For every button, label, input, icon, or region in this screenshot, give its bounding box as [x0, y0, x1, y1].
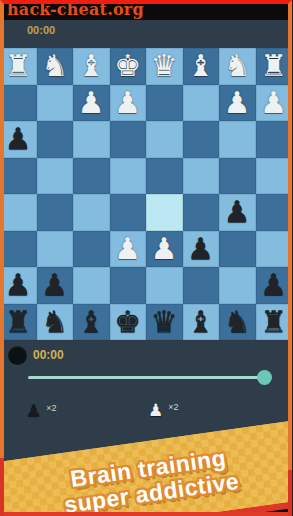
square-a3[interactable] [256, 121, 293, 158]
square-b4[interactable] [219, 158, 256, 195]
square-f8[interactable]: ♝ [73, 304, 110, 341]
chess-app-screen: hack-cheat.org 00:00 ♜♞♝♚♛♝♞♜♟♟♟♟♟♟♟♟♟♟♟… [0, 0, 292, 516]
square-h3[interactable]: ♟ [0, 121, 37, 158]
black-pawn-h3: ♟ [5, 121, 32, 158]
square-g1[interactable]: ♞ [37, 48, 74, 85]
square-g2[interactable] [37, 85, 74, 122]
square-e7[interactable] [110, 267, 147, 304]
square-b8[interactable]: ♞ [219, 304, 256, 341]
square-d6[interactable]: ♟ [146, 231, 183, 268]
move-history-slider-track[interactable] [28, 376, 271, 379]
square-c8[interactable]: ♝ [183, 304, 220, 341]
square-c2[interactable] [183, 85, 220, 122]
black-pawn-b5: ♟ [224, 194, 251, 231]
square-a5[interactable] [256, 194, 293, 231]
move-history-slider-knob[interactable] [257, 370, 272, 385]
square-a2[interactable]: ♟ [256, 85, 293, 122]
square-h5[interactable] [0, 194, 37, 231]
square-b2[interactable]: ♟ [219, 85, 256, 122]
square-c1[interactable]: ♝ [183, 48, 220, 85]
square-a7[interactable]: ♟ [256, 267, 293, 304]
white-pawn-f2: ♟ [78, 85, 105, 122]
square-e1[interactable]: ♚ [110, 48, 147, 85]
square-h1[interactable]: ♜ [0, 48, 37, 85]
square-f2[interactable]: ♟ [73, 85, 110, 122]
watermark-bar: hack-cheat.org [0, 0, 292, 20]
square-h8[interactable]: ♜ [0, 304, 37, 341]
black-queen-d8: ♛ [151, 304, 178, 341]
black-pawn-a7: ♟ [260, 267, 287, 304]
square-a1[interactable]: ♜ [256, 48, 293, 85]
black-rook-h8: ♜ [5, 304, 32, 341]
square-a6[interactable] [256, 231, 293, 268]
square-a4[interactable] [256, 158, 293, 195]
white-bishop-f1: ♝ [78, 48, 105, 85]
square-a8[interactable]: ♜ [256, 304, 293, 341]
captured-white-pawns-tray: ♟ ×2 [148, 400, 179, 422]
white-queen-d1: ♛ [151, 48, 178, 85]
square-f3[interactable] [73, 121, 110, 158]
square-d8[interactable]: ♛ [146, 304, 183, 341]
square-f6[interactable] [73, 231, 110, 268]
black-rook-a8: ♜ [260, 304, 287, 341]
white-rook-h1: ♜ [5, 48, 32, 85]
square-g8[interactable]: ♞ [37, 304, 74, 341]
black-bishop-f8: ♝ [78, 304, 105, 341]
square-g4[interactable] [37, 158, 74, 195]
square-h2[interactable] [0, 85, 37, 122]
black-king-e8: ♚ [114, 304, 141, 341]
square-f7[interactable] [73, 267, 110, 304]
white-rook-a1: ♜ [260, 48, 287, 85]
white-pawn-e6: ♟ [114, 231, 141, 268]
white-pawn-count: ×2 [168, 402, 178, 412]
white-pawn-e2: ♟ [114, 85, 141, 122]
square-e6[interactable]: ♟ [110, 231, 147, 268]
square-c4[interactable] [183, 158, 220, 195]
white-pawn-icon: ♟ [148, 400, 163, 422]
black-pawn-c6: ♟ [187, 231, 214, 268]
top-player-clock: 00:00 [27, 24, 55, 36]
square-h7[interactable]: ♟ [0, 267, 37, 304]
square-d1[interactable]: ♛ [146, 48, 183, 85]
square-e5[interactable] [110, 194, 147, 231]
white-bishop-c1: ♝ [187, 48, 214, 85]
bottom-player-color-dot [8, 346, 27, 365]
black-pawn-icon: ♟ [26, 401, 41, 423]
white-knight-g1: ♞ [41, 48, 68, 85]
square-d4[interactable] [146, 158, 183, 195]
chess-board: ♜♞♝♚♛♝♞♜♟♟♟♟♟♟♟♟♟♟♟♟♜♞♝♚♛♝♞♜ [0, 48, 292, 340]
square-f5[interactable] [73, 194, 110, 231]
captured-black-pawns-tray: ♟ ×2 [26, 401, 57, 423]
square-b5[interactable]: ♟ [219, 194, 256, 231]
square-e4[interactable] [110, 158, 147, 195]
square-g3[interactable] [37, 121, 74, 158]
white-knight-b1: ♞ [224, 48, 251, 85]
black-knight-b8: ♞ [224, 304, 251, 341]
square-d7[interactable] [146, 267, 183, 304]
bottom-player-clock: 00:00 [33, 348, 64, 362]
square-e2[interactable]: ♟ [110, 85, 147, 122]
square-b6[interactable] [219, 231, 256, 268]
square-b7[interactable] [219, 267, 256, 304]
square-d2[interactable] [146, 85, 183, 122]
white-king-e1: ♚ [114, 48, 141, 85]
square-g5[interactable] [37, 194, 74, 231]
promo-banner: Brain training super addictive [0, 417, 292, 516]
square-c6[interactable]: ♟ [183, 231, 220, 268]
watermark-site-text: hack-cheat.org [7, 0, 144, 19]
square-g6[interactable] [37, 231, 74, 268]
square-d5[interactable] [146, 194, 183, 231]
black-bishop-c8: ♝ [187, 304, 214, 341]
square-e3[interactable] [110, 121, 147, 158]
square-b3[interactable] [219, 121, 256, 158]
white-pawn-b2: ♟ [224, 85, 251, 122]
white-pawn-a2: ♟ [260, 85, 287, 122]
square-g7[interactable]: ♟ [37, 267, 74, 304]
square-h6[interactable] [0, 231, 37, 268]
square-b1[interactable]: ♞ [219, 48, 256, 85]
square-f1[interactable]: ♝ [73, 48, 110, 85]
black-pawn-g7: ♟ [41, 267, 68, 304]
black-knight-g8: ♞ [41, 304, 68, 341]
square-c7[interactable] [183, 267, 220, 304]
square-d3[interactable] [146, 121, 183, 158]
square-c5[interactable] [183, 194, 220, 231]
square-e8[interactable]: ♚ [110, 304, 147, 341]
square-f4[interactable] [73, 158, 110, 195]
white-pawn-d6: ♟ [151, 231, 178, 268]
square-c3[interactable] [183, 121, 220, 158]
black-pawn-count: ×2 [46, 403, 56, 413]
square-h4[interactable] [0, 158, 37, 195]
black-pawn-h7: ♟ [5, 267, 32, 304]
